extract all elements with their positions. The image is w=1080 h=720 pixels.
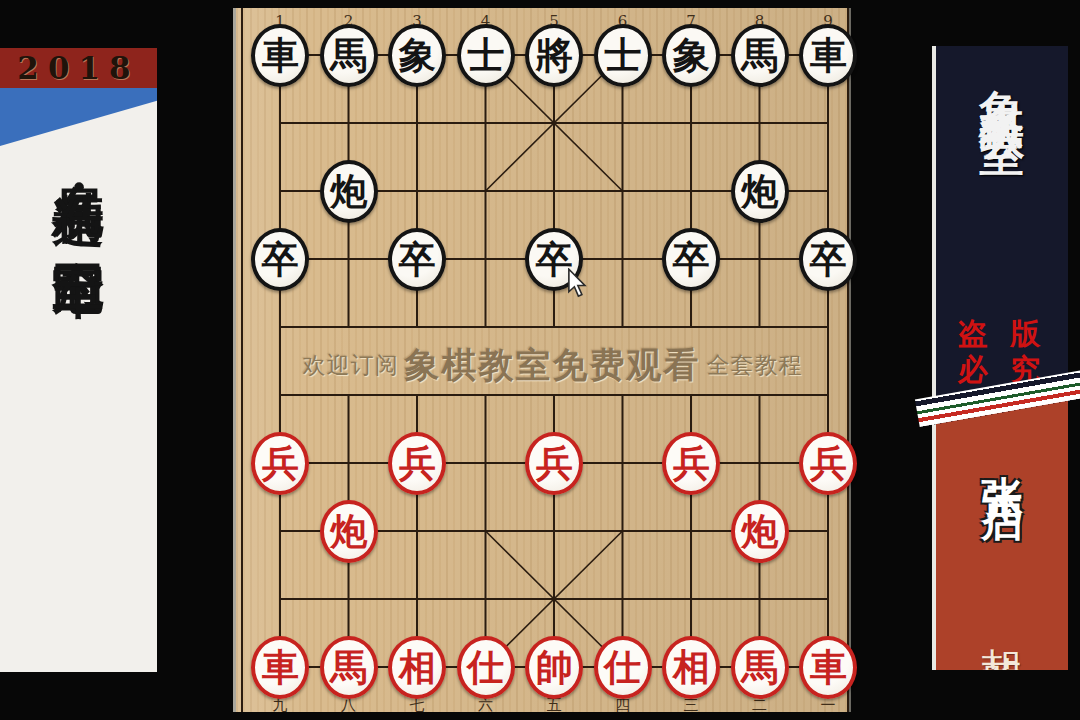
board-cell <box>246 497 315 565</box>
piece-black[interactable]: 象 <box>388 24 446 87</box>
piece-red[interactable]: 兵 <box>662 432 720 495</box>
board-cell <box>520 497 589 565</box>
piece-red[interactable]: 兵 <box>388 432 446 495</box>
piece-red[interactable]: 兵 <box>525 432 583 495</box>
board-cell: 卒 <box>657 225 726 293</box>
piece-black[interactable]: 士 <box>457 24 515 87</box>
board-cell: 士 <box>452 21 521 89</box>
board-cell <box>452 361 521 429</box>
xiangqi-board: 123456789 九八七六五四三二一 欢迎订阅 象棋教室免费观看 全套教程 車… <box>233 8 851 712</box>
board-cell: 相 <box>657 633 726 701</box>
board-cell <box>383 293 452 361</box>
right-banner-bottom: 张元启 胡荣华 <box>936 398 1068 670</box>
left-banner-title: 名局精选·全国冠军 <box>53 144 105 232</box>
piece-black[interactable]: 卒 <box>251 228 309 291</box>
piece-red[interactable]: 相 <box>388 636 446 699</box>
channel-title: 象棋教室 <box>980 54 1025 106</box>
board-cell: 兵 <box>794 429 863 497</box>
board-cell: 車 <box>246 21 315 89</box>
piece-black[interactable]: 卒 <box>662 228 720 291</box>
board-cell <box>520 565 589 633</box>
board-cell <box>657 157 726 225</box>
board-cell <box>452 429 521 497</box>
board-cell <box>726 225 795 293</box>
board-cell <box>452 157 521 225</box>
board-cell: 將 <box>520 21 589 89</box>
board-cell <box>383 565 452 633</box>
board-cell <box>315 565 384 633</box>
board-cell: 象 <box>383 21 452 89</box>
board-cell <box>589 361 658 429</box>
board-cell <box>246 157 315 225</box>
board-cell: 馬 <box>315 21 384 89</box>
right-banner: 象棋教室 盗 版 必 究 张元启 胡荣华 <box>932 46 1068 670</box>
board-cell <box>589 293 658 361</box>
board-cell <box>589 225 658 293</box>
board-cell <box>315 293 384 361</box>
board-cell: 帥 <box>520 633 589 701</box>
board-cell: 炮 <box>726 497 795 565</box>
board-cell <box>657 361 726 429</box>
board-cell <box>589 497 658 565</box>
board-cell <box>246 361 315 429</box>
board-cell <box>520 89 589 157</box>
piece-black[interactable]: 車 <box>799 24 857 87</box>
board-cell <box>452 565 521 633</box>
board-cell <box>452 293 521 361</box>
piece-red[interactable]: 仕 <box>594 636 652 699</box>
piece-black[interactable]: 士 <box>594 24 652 87</box>
right-banner-top: 象棋教室 盗 版 必 究 <box>936 46 1068 398</box>
board-cell <box>657 565 726 633</box>
piece-red[interactable]: 馬 <box>320 636 378 699</box>
board-cell <box>452 497 521 565</box>
board-cell <box>315 89 384 157</box>
board-cell <box>726 361 795 429</box>
board-cell <box>383 89 452 157</box>
board-cell <box>726 565 795 633</box>
piece-red[interactable]: 炮 <box>731 500 789 563</box>
board-cell: 士 <box>589 21 658 89</box>
board-cell <box>383 497 452 565</box>
board-cell <box>794 361 863 429</box>
left-banner-body: 名局精选·全国冠军 <box>0 88 157 672</box>
blue-ribbon <box>0 88 157 146</box>
board-cell: 仕 <box>589 633 658 701</box>
piece-black[interactable]: 象 <box>662 24 720 87</box>
board-cell: 馬 <box>726 21 795 89</box>
board-cell <box>520 157 589 225</box>
board-cell <box>589 565 658 633</box>
board-cell: 炮 <box>726 157 795 225</box>
piece-grid: 車馬象士將士象馬車炮炮卒卒卒卒卒兵兵兵兵兵炮炮車馬相仕帥仕相馬車 <box>246 21 863 701</box>
piece-black[interactable]: 炮 <box>731 160 789 223</box>
banner-year: 2018 <box>0 48 157 88</box>
player-name-bottom: 胡荣华 <box>982 616 1022 643</box>
board-cell <box>383 361 452 429</box>
board-cell: 兵 <box>246 429 315 497</box>
board-cell: 炮 <box>315 157 384 225</box>
board-cell: 炮 <box>315 497 384 565</box>
board-cell <box>589 89 658 157</box>
piece-black[interactable]: 馬 <box>320 24 378 87</box>
board-cell <box>452 89 521 157</box>
piece-red[interactable]: 兵 <box>799 432 857 495</box>
board-cell <box>315 225 384 293</box>
board-cell: 車 <box>794 21 863 89</box>
board-cell <box>589 157 658 225</box>
player-name-top: 张元启 <box>981 442 1023 472</box>
piece-black[interactable]: 卒 <box>388 228 446 291</box>
board-cell: 卒 <box>383 225 452 293</box>
board-cell <box>794 497 863 565</box>
piece-red[interactable]: 炮 <box>320 500 378 563</box>
board-cell <box>794 565 863 633</box>
board-cell <box>246 89 315 157</box>
board-cell <box>726 293 795 361</box>
left-banner: 2018 名局精选·全国冠军 <box>0 48 157 672</box>
board-cell <box>726 429 795 497</box>
board-cell <box>315 361 384 429</box>
board-cell <box>589 429 658 497</box>
board-cell: 兵 <box>520 429 589 497</box>
board-cell <box>452 225 521 293</box>
board-cell <box>246 565 315 633</box>
piece-black[interactable]: 馬 <box>731 24 789 87</box>
piece-red[interactable]: 馬 <box>731 636 789 699</box>
board-cell <box>657 293 726 361</box>
board-cell: 車 <box>246 633 315 701</box>
board-cell: 兵 <box>383 429 452 497</box>
board-cell: 車 <box>794 633 863 701</box>
board-cell: 兵 <box>657 429 726 497</box>
board-cell: 相 <box>383 633 452 701</box>
video-frame: 2018 名局精选·全国冠军 <box>0 0 1080 720</box>
board-cell <box>383 157 452 225</box>
board-cell <box>794 157 863 225</box>
board-cell <box>726 89 795 157</box>
piece-red[interactable]: 車 <box>799 636 857 699</box>
board-cell <box>315 429 384 497</box>
board-cell <box>520 361 589 429</box>
piece-black[interactable]: 卒 <box>799 228 857 291</box>
board-cell: 仕 <box>452 633 521 701</box>
board-cell <box>657 497 726 565</box>
board-cell: 卒 <box>794 225 863 293</box>
piracy-warning-line1: 盗 版 <box>936 316 1068 352</box>
piece-red[interactable]: 兵 <box>251 432 309 495</box>
piece-red[interactable]: 相 <box>662 636 720 699</box>
board-cell: 象 <box>657 21 726 89</box>
piece-red[interactable]: 車 <box>251 636 309 699</box>
piece-black[interactable]: 將 <box>525 24 583 87</box>
board-cell: 馬 <box>726 633 795 701</box>
piece-red[interactable]: 帥 <box>525 636 583 699</box>
board-cell <box>246 293 315 361</box>
board-cell <box>657 89 726 157</box>
board-cell: 馬 <box>315 633 384 701</box>
board-cell: 卒 <box>246 225 315 293</box>
piece-red[interactable]: 仕 <box>457 636 515 699</box>
board-cell <box>794 89 863 157</box>
board-cell <box>520 293 589 361</box>
mouse-cursor <box>566 268 588 298</box>
piece-black[interactable]: 炮 <box>320 160 378 223</box>
board-cell <box>794 293 863 361</box>
piece-black[interactable]: 車 <box>251 24 309 87</box>
